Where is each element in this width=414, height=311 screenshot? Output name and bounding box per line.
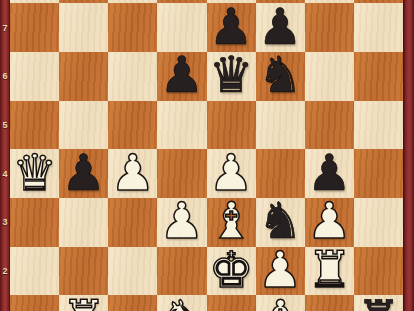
square-a3[interactable] (10, 198, 59, 247)
piece-black-pawn-g4[interactable]: ♟ (307, 148, 352, 198)
square-e4[interactable]: ♟ (207, 149, 256, 198)
rank-label-5: 5 (0, 101, 10, 150)
piece-white-pawn-c4[interactable]: ♟ (110, 148, 155, 198)
square-g7[interactable] (305, 3, 354, 52)
square-c6[interactable] (108, 52, 157, 101)
piece-black-rook-h1[interactable]: ♜ (356, 294, 401, 311)
square-h6[interactable] (354, 52, 403, 101)
square-b7[interactable] (59, 3, 108, 52)
square-g4[interactable]: ♟ (305, 149, 354, 198)
square-f7[interactable]: ♟ (256, 3, 305, 52)
rank-label-2: 2 (0, 247, 10, 296)
rank-label-6: 6 (0, 52, 10, 101)
square-h2[interactable] (354, 247, 403, 296)
rank-label-3: 3 (0, 198, 10, 247)
piece-white-pawn-g3[interactable]: ♟ (307, 196, 352, 246)
square-a1[interactable] (10, 295, 59, 311)
square-a2[interactable] (10, 247, 59, 296)
square-c2[interactable] (108, 247, 157, 296)
piece-white-queen-a4[interactable]: ♛ (12, 148, 57, 198)
square-f5[interactable] (256, 101, 305, 150)
square-d1[interactable]: ♞ (157, 295, 206, 311)
piece-white-bishop-f1[interactable]: ♝ (258, 294, 303, 311)
piece-black-pawn-f7[interactable]: ♟ (258, 2, 303, 52)
square-d3[interactable]: ♟ (157, 198, 206, 247)
square-d5[interactable] (157, 101, 206, 150)
square-b1[interactable]: ♜ (59, 295, 108, 311)
square-g6[interactable] (305, 52, 354, 101)
piece-black-knight-f3[interactable]: ♞ (258, 196, 303, 246)
piece-black-pawn-e7[interactable]: ♟ (209, 2, 254, 52)
square-h3[interactable] (354, 198, 403, 247)
square-d2[interactable] (157, 247, 206, 296)
chessboard-screenshot: ♚♟♟♟♛♞♛♟♟♟♟♟♝♞♟♚♟♜♜♞♝♜ 765432 (0, 0, 414, 311)
square-a4[interactable]: ♛ (10, 149, 59, 198)
square-f1[interactable]: ♝ (256, 295, 305, 311)
square-h7[interactable] (354, 3, 403, 52)
square-a6[interactable] (10, 52, 59, 101)
square-a5[interactable] (10, 101, 59, 150)
square-b5[interactable] (59, 101, 108, 150)
square-d6[interactable]: ♟ (157, 52, 206, 101)
square-c4[interactable]: ♟ (108, 149, 157, 198)
board-border-right (403, 0, 414, 311)
square-b4[interactable]: ♟ (59, 149, 108, 198)
square-f4[interactable] (256, 149, 305, 198)
square-b6[interactable] (59, 52, 108, 101)
square-f2[interactable]: ♟ (256, 247, 305, 296)
piece-white-pawn-f2[interactable]: ♟ (258, 245, 303, 295)
piece-black-pawn-d6[interactable]: ♟ (160, 50, 205, 100)
piece-white-king-e2[interactable]: ♚ (209, 245, 254, 295)
square-e1[interactable] (207, 295, 256, 311)
piece-white-knight-d1[interactable]: ♞ (160, 294, 205, 311)
piece-black-pawn-b4[interactable]: ♟ (61, 148, 106, 198)
square-b3[interactable] (59, 198, 108, 247)
square-f6[interactable]: ♞ (256, 52, 305, 101)
square-c3[interactable] (108, 198, 157, 247)
square-g1[interactable] (305, 295, 354, 311)
square-g2[interactable]: ♜ (305, 247, 354, 296)
square-c1[interactable] (108, 295, 157, 311)
chess-board: ♚♟♟♟♛♞♛♟♟♟♟♟♝♞♟♚♟♜♜♞♝♜ (10, 0, 403, 311)
rank-label-4: 4 (0, 149, 10, 198)
rank-label-7: 7 (0, 3, 10, 52)
square-c7[interactable] (108, 3, 157, 52)
square-e2[interactable]: ♚ (207, 247, 256, 296)
piece-white-pawn-e4[interactable]: ♟ (209, 148, 254, 198)
square-h1[interactable]: ♜ (354, 295, 403, 311)
square-b2[interactable] (59, 247, 108, 296)
square-e6[interactable]: ♛ (207, 52, 256, 101)
piece-white-rook-g2[interactable]: ♜ (307, 245, 352, 295)
square-h5[interactable] (354, 101, 403, 150)
square-e3[interactable]: ♝ (207, 198, 256, 247)
square-e5[interactable] (207, 101, 256, 150)
square-a7[interactable] (10, 3, 59, 52)
piece-white-bishop-e3[interactable]: ♝ (209, 196, 254, 246)
square-d4[interactable] (157, 149, 206, 198)
square-f3[interactable]: ♞ (256, 198, 305, 247)
piece-white-rook-b1[interactable]: ♜ (61, 294, 106, 311)
piece-white-pawn-d3[interactable]: ♟ (160, 196, 205, 246)
square-e7[interactable]: ♟ (207, 3, 256, 52)
piece-black-queen-e6[interactable]: ♛ (209, 50, 254, 100)
square-d7[interactable] (157, 3, 206, 52)
square-g3[interactable]: ♟ (305, 198, 354, 247)
piece-black-knight-f6[interactable]: ♞ (258, 50, 303, 100)
square-c5[interactable] (108, 101, 157, 150)
square-g5[interactable] (305, 101, 354, 150)
square-h4[interactable] (354, 149, 403, 198)
